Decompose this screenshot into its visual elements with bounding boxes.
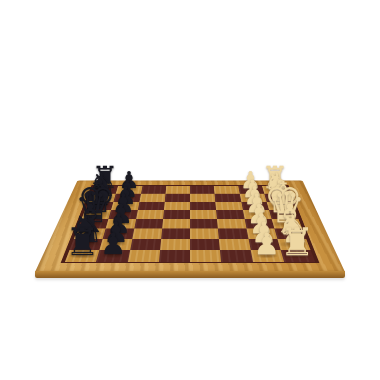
square-e8 [81,210,111,219]
square-b2 [248,239,280,250]
board-front-edge [35,271,345,278]
square-f7 [111,202,139,210]
square-g5 [165,194,190,202]
square-d5 [162,219,190,229]
square-e2 [243,210,272,219]
square-c8 [74,229,106,239]
square-b5 [160,239,190,250]
square-c3 [218,229,248,239]
square-e3 [216,210,244,219]
square-g6 [139,194,165,202]
square-h7 [116,186,142,193]
square-e6 [136,210,164,219]
square-c2 [246,229,277,239]
square-h4 [190,186,215,193]
square-c4 [190,229,219,239]
board-squares-grid [65,186,315,262]
square-e4 [190,210,217,219]
square-d6 [134,219,163,229]
square-g2 [239,194,266,202]
square-h5 [165,186,190,193]
square-f4 [190,202,216,210]
square-b1 [277,239,310,250]
square-b7 [100,239,132,250]
square-h2 [238,186,264,193]
square-c5 [161,229,190,239]
square-a2 [250,250,284,262]
square-g3 [215,194,241,202]
square-e5 [163,210,190,219]
square-d8 [78,219,109,229]
square-c6 [132,229,162,239]
square-d2 [244,219,274,229]
square-e1 [269,210,299,219]
chess-set-photo: ♜♞♝♛♚♝♞♜♟♟♟♟♟♟♟♟♟♟♟♟♟♟♟♟♜♞♝♛♚♝♞♜ [0,0,380,380]
square-c1 [274,229,306,239]
square-h8 [91,186,118,193]
square-b8 [70,239,103,250]
square-d7 [106,219,136,229]
square-g4 [190,194,215,202]
square-h1 [262,186,289,193]
square-g7 [114,194,141,202]
square-f5 [164,202,190,210]
square-a7 [96,250,130,262]
square-a6 [127,250,159,262]
square-f6 [137,202,164,210]
square-b4 [190,239,220,250]
square-f1 [266,202,295,210]
square-a1 [280,250,315,262]
square-c7 [103,229,134,239]
square-g1 [264,194,292,202]
square-g8 [88,194,116,202]
square-f3 [215,202,242,210]
square-h3 [214,186,239,193]
square-b6 [130,239,161,250]
square-a5 [159,250,190,262]
square-a4 [190,250,221,262]
square-d1 [271,219,302,229]
square-e7 [109,210,138,219]
square-h6 [141,186,166,193]
square-d4 [190,219,218,229]
square-a3 [220,250,252,262]
square-f8 [85,202,114,210]
square-d3 [217,219,246,229]
square-f2 [241,202,269,210]
square-b3 [219,239,250,250]
square-a8 [65,250,100,262]
chess-board [35,180,345,272]
